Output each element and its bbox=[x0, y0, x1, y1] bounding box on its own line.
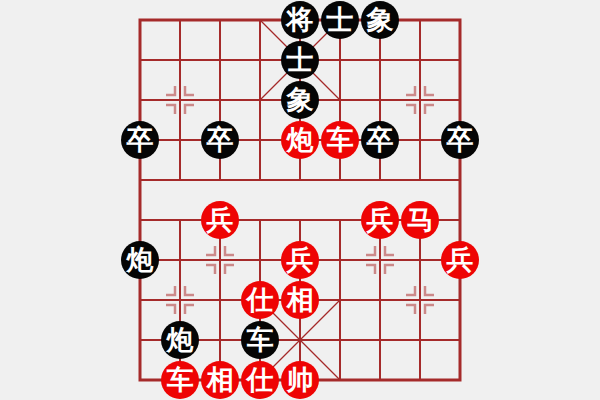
red-elephant[interactable]: 相 bbox=[201, 361, 239, 399]
red-advisor[interactable]: 仕 bbox=[241, 361, 279, 399]
black-soldier[interactable]: 卒 bbox=[121, 121, 159, 159]
black-chariot[interactable]: 车 bbox=[241, 321, 279, 359]
black-cannon[interactable]: 炮 bbox=[161, 321, 199, 359]
red-soldier[interactable]: 兵 bbox=[441, 241, 479, 279]
black-cannon[interactable]: 炮 bbox=[121, 241, 159, 279]
red-cannon[interactable]: 炮 bbox=[281, 121, 319, 159]
red-soldier[interactable]: 兵 bbox=[361, 201, 399, 239]
black-soldier[interactable]: 卒 bbox=[441, 121, 479, 159]
red-king[interactable]: 帅 bbox=[281, 361, 319, 399]
red-chariot[interactable]: 车 bbox=[161, 361, 199, 399]
black-soldier[interactable]: 卒 bbox=[201, 121, 239, 159]
black-advisor[interactable]: 士 bbox=[281, 41, 319, 79]
black-elephant[interactable]: 象 bbox=[281, 81, 319, 119]
red-soldier[interactable]: 兵 bbox=[281, 241, 319, 279]
red-horse[interactable]: 马 bbox=[401, 201, 439, 239]
pieces-layer: 将士象士象卒卒炮车卒卒兵兵马炮兵兵仕相炮车车相仕帅 bbox=[0, 0, 600, 400]
red-soldier[interactable]: 兵 bbox=[201, 201, 239, 239]
red-advisor[interactable]: 仕 bbox=[241, 281, 279, 319]
red-elephant[interactable]: 相 bbox=[281, 281, 319, 319]
black-general[interactable]: 将 bbox=[281, 1, 319, 39]
black-advisor[interactable]: 士 bbox=[321, 1, 359, 39]
xiangqi-board[interactable]: 将士象士象卒卒炮车卒卒兵兵马炮兵兵仕相炮车车相仕帅 bbox=[0, 0, 600, 400]
black-soldier[interactable]: 卒 bbox=[361, 121, 399, 159]
red-chariot[interactable]: 车 bbox=[321, 121, 359, 159]
black-elephant[interactable]: 象 bbox=[361, 1, 399, 39]
